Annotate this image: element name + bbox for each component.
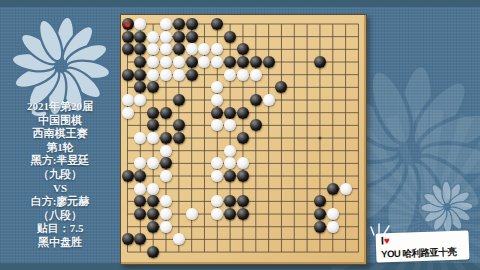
white-stone [134, 183, 146, 195]
white-stone [122, 107, 134, 119]
black-stone [314, 56, 326, 68]
black-stone [250, 94, 262, 106]
black-stone [122, 31, 134, 43]
black-stone [314, 208, 326, 220]
info-line-5: 黑方:芈昱廷 [2, 154, 118, 168]
info-line-7: VS [2, 182, 118, 196]
info-line-10: 贴目：7.5 [2, 222, 118, 236]
watermark-badge: I♥ YOU 哈利路亚十亮 [376, 230, 470, 262]
info-line-3: 西南棋王赛 [2, 127, 118, 141]
white-stone [147, 31, 159, 43]
black-stone [224, 107, 236, 119]
black-stone [224, 31, 236, 43]
info-line-6: （九段） [2, 168, 118, 182]
white-stone [160, 31, 172, 43]
black-stone [134, 69, 146, 81]
black-stone [327, 183, 339, 195]
black-stone [186, 69, 198, 81]
black-stone [122, 233, 134, 245]
black-stone [237, 107, 249, 119]
black-stone [147, 107, 159, 119]
heart-icon: ♥ [384, 235, 390, 246]
black-stone [122, 69, 134, 81]
black-stone [173, 31, 185, 43]
black-stone [237, 208, 249, 220]
info-line-8: 白方:廖元赫 [2, 195, 118, 209]
black-stone [186, 18, 198, 30]
black-stone [134, 31, 146, 43]
black-stone [147, 221, 159, 233]
white-stone [147, 69, 159, 81]
info-line-2: 中国围棋 [2, 114, 118, 128]
white-stone [327, 208, 339, 220]
top-border-strip [0, 0, 480, 7]
white-stone [160, 18, 172, 30]
black-stone [173, 132, 185, 144]
white-stone [160, 69, 172, 81]
black-stone [237, 56, 249, 68]
black-stone [211, 107, 223, 119]
black-stone [186, 56, 198, 68]
black-stone [186, 31, 198, 43]
white-stone [186, 208, 198, 220]
black-stone [250, 56, 262, 68]
white-stone [340, 183, 352, 195]
black-stone [160, 107, 172, 119]
black-stone [263, 56, 275, 68]
info-line-4: 第1轮 [2, 141, 118, 155]
black-stone [173, 94, 185, 106]
white-stone [224, 69, 236, 81]
black-stone [314, 221, 326, 233]
broadcast-frame: 2021年第20届中国围棋西南棋王赛第1轮黑方:芈昱廷（九段）VS白方:廖元赫（… [0, 0, 480, 270]
white-stone [160, 56, 172, 68]
white-stone [160, 208, 172, 220]
white-stone [327, 221, 339, 233]
white-stone [173, 69, 185, 81]
white-stone [173, 56, 185, 68]
black-stone [122, 170, 134, 182]
info-line-1: 2021年第20届 [2, 100, 118, 114]
white-stone [160, 221, 172, 233]
white-stone [160, 145, 172, 157]
last-move-marker [125, 22, 130, 27]
white-stone [186, 43, 198, 55]
white-stone [147, 183, 159, 195]
white-stone [160, 170, 172, 182]
black-stone [237, 132, 249, 144]
black-stone [173, 18, 185, 30]
white-stone [224, 145, 236, 157]
event-info-panel: 2021年第20届中国围棋西南棋王赛第1轮黑方:芈昱廷（九段）VS白方:廖元赫（… [2, 100, 118, 250]
black-stone [122, 43, 134, 55]
go-board [120, 14, 367, 265]
info-line-11: 黑中盘胜 [2, 236, 118, 250]
white-stone [122, 94, 134, 106]
black-stone [160, 132, 172, 144]
black-stone [237, 170, 249, 182]
info-line-9: （八段） [2, 209, 118, 223]
white-stone [237, 69, 249, 81]
watermark-line2: YOU 哈利路亚十亮 [381, 244, 469, 260]
white-stone [250, 69, 262, 81]
white-stone [263, 94, 275, 106]
